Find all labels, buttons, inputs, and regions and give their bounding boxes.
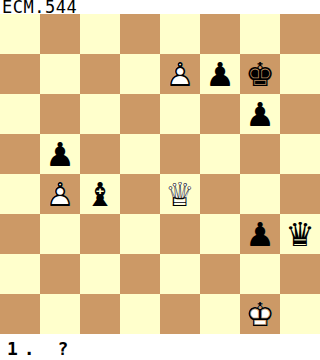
white-pawn-fill: ♟: [40, 174, 80, 214]
square-c3[interactable]: [80, 214, 120, 254]
square-c1[interactable]: [80, 294, 120, 334]
black-king-g7[interactable]: ♚: [240, 54, 280, 94]
square-g6[interactable]: ♟: [240, 94, 280, 134]
square-e6[interactable]: [160, 94, 200, 134]
white-queen-fill: ♛: [160, 174, 200, 214]
square-e1[interactable]: [160, 294, 200, 334]
square-c2[interactable]: [80, 254, 120, 294]
square-h1[interactable]: [280, 294, 320, 334]
square-h5[interactable]: [280, 134, 320, 174]
square-b2[interactable]: [40, 254, 80, 294]
square-e2[interactable]: [160, 254, 200, 294]
square-b3[interactable]: [40, 214, 80, 254]
square-a5[interactable]: [0, 134, 40, 174]
square-f3[interactable]: [200, 214, 240, 254]
square-b7[interactable]: [40, 54, 80, 94]
square-b1[interactable]: [40, 294, 80, 334]
square-g3[interactable]: ♟: [240, 214, 280, 254]
square-b5[interactable]: ♟: [40, 134, 80, 174]
square-e7[interactable]: ♟♙: [160, 54, 200, 94]
square-g2[interactable]: [240, 254, 280, 294]
square-a1[interactable]: [0, 294, 40, 334]
square-h8[interactable]: [280, 14, 320, 54]
square-b6[interactable]: [40, 94, 80, 134]
square-g5[interactable]: [240, 134, 280, 174]
square-g4[interactable]: [240, 174, 280, 214]
square-a7[interactable]: [0, 54, 40, 94]
square-d6[interactable]: [120, 94, 160, 134]
white-queen-e4[interactable]: ♕: [160, 174, 200, 214]
square-e8[interactable]: [160, 14, 200, 54]
square-d8[interactable]: [120, 14, 160, 54]
square-f5[interactable]: [200, 134, 240, 174]
square-f8[interactable]: [200, 14, 240, 54]
white-king-g1[interactable]: ♔: [240, 294, 280, 334]
square-h2[interactable]: [280, 254, 320, 294]
square-a3[interactable]: [0, 214, 40, 254]
square-e3[interactable]: [160, 214, 200, 254]
square-c5[interactable]: [80, 134, 120, 174]
square-d4[interactable]: [120, 174, 160, 214]
square-f6[interactable]: [200, 94, 240, 134]
square-a8[interactable]: [0, 14, 40, 54]
square-a6[interactable]: [0, 94, 40, 134]
square-g1[interactable]: ♚♔: [240, 294, 280, 334]
square-f2[interactable]: [200, 254, 240, 294]
square-d5[interactable]: [120, 134, 160, 174]
black-queen-h3[interactable]: ♛: [280, 214, 320, 254]
puzzle-id: ECM.544: [0, 0, 320, 14]
square-c7[interactable]: [80, 54, 120, 94]
black-pawn-f7[interactable]: ♟: [200, 54, 240, 94]
square-a2[interactable]: [0, 254, 40, 294]
square-d3[interactable]: [120, 214, 160, 254]
square-e5[interactable]: [160, 134, 200, 174]
white-pawn-fill: ♟: [160, 54, 200, 94]
square-h4[interactable]: [280, 174, 320, 214]
black-pawn-g3[interactable]: ♟: [240, 214, 280, 254]
square-c6[interactable]: [80, 94, 120, 134]
square-b4[interactable]: ♟♙: [40, 174, 80, 214]
square-h7[interactable]: [280, 54, 320, 94]
square-d7[interactable]: [120, 54, 160, 94]
square-c4[interactable]: ♝: [80, 174, 120, 214]
square-e4[interactable]: ♛♕: [160, 174, 200, 214]
white-pawn-b4[interactable]: ♙: [40, 174, 80, 214]
square-b8[interactable]: [40, 14, 80, 54]
black-pawn-g6[interactable]: ♟: [240, 94, 280, 134]
square-c8[interactable]: [80, 14, 120, 54]
white-king-fill: ♚: [240, 294, 280, 334]
square-f1[interactable]: [200, 294, 240, 334]
square-a4[interactable]: [0, 174, 40, 214]
move-prompt: 1. ?: [0, 334, 320, 360]
black-bishop-c4[interactable]: ♝: [80, 174, 120, 214]
black-pawn-b5[interactable]: ♟: [40, 134, 80, 174]
square-f4[interactable]: [200, 174, 240, 214]
square-d1[interactable]: [120, 294, 160, 334]
square-d2[interactable]: [120, 254, 160, 294]
square-h3[interactable]: ♛: [280, 214, 320, 254]
square-f7[interactable]: ♟: [200, 54, 240, 94]
square-h6[interactable]: [280, 94, 320, 134]
white-pawn-e7[interactable]: ♙: [160, 54, 200, 94]
square-g8[interactable]: [240, 14, 280, 54]
square-g7[interactable]: ♚: [240, 54, 280, 94]
chess-board: ♟♙♟♚♟♟♟♙♝♛♕♟♛♚♔: [0, 14, 320, 334]
